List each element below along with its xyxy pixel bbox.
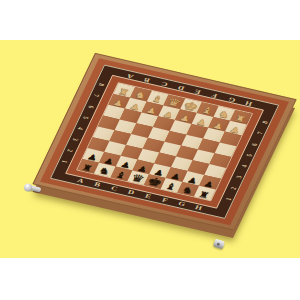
rank-label-left-8: 8: [92, 79, 112, 90]
product-photo: ♜♞♝♛♚♝♞♜♟♟♟♟♟♟♟♟♟♟♟♟♟♟♟♟♜♞♝♛♚♝♞♜ ABCDEFG…: [0, 0, 300, 300]
rank-label-right-1: 1: [218, 193, 238, 204]
rank-label-left-4: 4: [71, 123, 91, 134]
rank-label-left-7: 7: [86, 90, 106, 101]
rank-label-right-5: 5: [239, 150, 259, 161]
rank-label-right-6: 6: [244, 139, 264, 150]
rank-label-right-8: 8: [254, 117, 274, 128]
rank-label-right-3: 3: [228, 172, 248, 183]
rank-label-left-2: 2: [60, 145, 80, 156]
rank-label-right-4: 4: [234, 161, 254, 172]
rank-label-left-5: 5: [76, 112, 96, 123]
rank-label-left-1: 1: [55, 156, 75, 167]
rank-label-left-6: 6: [81, 101, 101, 112]
rank-label-right-2: 2: [223, 182, 243, 193]
rank-label-left-3: 3: [65, 134, 85, 145]
rank-label-right-7: 7: [249, 128, 269, 139]
